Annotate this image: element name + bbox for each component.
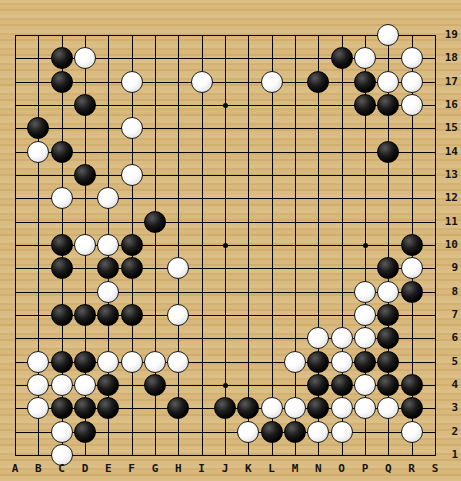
column-label: Q <box>379 462 397 475</box>
black-stone[interactable] <box>401 374 423 396</box>
white-stone[interactable] <box>331 351 353 373</box>
white-stone[interactable] <box>354 281 376 303</box>
black-stone[interactable] <box>144 211 166 233</box>
row-label: 19 <box>438 28 458 41</box>
white-stone[interactable] <box>121 351 143 373</box>
white-stone[interactable] <box>237 421 259 443</box>
white-stone[interactable] <box>51 187 73 209</box>
white-stone[interactable] <box>401 421 423 443</box>
column-label: F <box>123 462 141 475</box>
black-stone[interactable] <box>401 281 423 303</box>
black-stone[interactable] <box>284 421 306 443</box>
black-stone[interactable] <box>354 351 376 373</box>
black-stone[interactable] <box>51 304 73 326</box>
column-label: S <box>426 462 444 475</box>
row-label: 13 <box>438 168 458 181</box>
white-stone[interactable] <box>97 281 119 303</box>
black-stone[interactable] <box>51 257 73 279</box>
row-label: 5 <box>438 355 458 368</box>
black-stone[interactable] <box>51 351 73 373</box>
row-label: 1 <box>438 448 458 461</box>
white-stone[interactable] <box>331 397 353 419</box>
column-label: K <box>239 462 257 475</box>
white-stone[interactable] <box>331 421 353 443</box>
white-stone[interactable] <box>51 421 73 443</box>
column-label: N <box>309 462 327 475</box>
black-stone[interactable] <box>74 164 96 186</box>
row-label: 8 <box>438 285 458 298</box>
column-label: A <box>6 462 24 475</box>
white-stone[interactable] <box>74 234 96 256</box>
white-stone[interactable] <box>97 351 119 373</box>
black-stone[interactable] <box>354 94 376 116</box>
white-stone[interactable] <box>191 71 213 93</box>
white-stone[interactable] <box>354 374 376 396</box>
column-label: P <box>356 462 374 475</box>
black-stone[interactable] <box>261 421 283 443</box>
row-label: 17 <box>438 75 458 88</box>
column-label: O <box>333 462 351 475</box>
white-stone[interactable] <box>401 94 423 116</box>
row-label: 2 <box>438 425 458 438</box>
column-label: G <box>146 462 164 475</box>
black-stone[interactable] <box>401 397 423 419</box>
black-stone[interactable] <box>377 141 399 163</box>
white-stone[interactable] <box>401 71 423 93</box>
black-stone[interactable] <box>401 234 423 256</box>
go-board: ABCDEFGHIJKLMNOPQRS191817161514131211109… <box>0 0 461 481</box>
white-stone[interactable] <box>74 374 96 396</box>
column-label: R <box>403 462 421 475</box>
star-point <box>223 243 228 248</box>
black-stone[interactable] <box>144 374 166 396</box>
column-label: E <box>99 462 117 475</box>
column-label: B <box>29 462 47 475</box>
black-stone[interactable] <box>121 257 143 279</box>
black-stone[interactable] <box>74 421 96 443</box>
row-label: 3 <box>438 401 458 414</box>
row-label: 4 <box>438 378 458 391</box>
column-label: D <box>76 462 94 475</box>
white-stone[interactable] <box>377 281 399 303</box>
star-point <box>223 103 228 108</box>
white-stone[interactable] <box>284 351 306 373</box>
row-label: 12 <box>438 191 458 204</box>
black-stone[interactable] <box>307 71 329 93</box>
black-stone[interactable] <box>331 374 353 396</box>
row-label: 6 <box>438 331 458 344</box>
black-stone[interactable] <box>331 47 353 69</box>
column-label: I <box>193 462 211 475</box>
star-point <box>363 243 368 248</box>
black-stone[interactable] <box>51 71 73 93</box>
black-stone[interactable] <box>121 304 143 326</box>
black-stone[interactable] <box>307 351 329 373</box>
column-label: H <box>169 462 187 475</box>
black-stone[interactable] <box>74 351 96 373</box>
row-label: 7 <box>438 308 458 321</box>
white-stone[interactable] <box>261 71 283 93</box>
white-stone[interactable] <box>307 421 329 443</box>
white-stone[interactable] <box>121 117 143 139</box>
black-stone[interactable] <box>354 71 376 93</box>
black-stone[interactable] <box>51 234 73 256</box>
row-label: 16 <box>438 98 458 111</box>
star-point <box>223 383 228 388</box>
column-label: L <box>263 462 281 475</box>
black-stone[interactable] <box>121 234 143 256</box>
row-label: 9 <box>438 261 458 274</box>
white-stone[interactable] <box>377 71 399 93</box>
black-stone[interactable] <box>51 47 73 69</box>
white-stone[interactable] <box>144 351 166 373</box>
white-stone[interactable] <box>261 397 283 419</box>
black-stone[interactable] <box>51 397 73 419</box>
black-stone[interactable] <box>74 304 96 326</box>
white-stone[interactable] <box>331 327 353 349</box>
white-stone[interactable] <box>354 304 376 326</box>
white-stone[interactable] <box>121 71 143 93</box>
black-stone[interactable] <box>51 141 73 163</box>
column-label: M <box>286 462 304 475</box>
white-stone[interactable] <box>401 257 423 279</box>
row-label: 10 <box>438 238 458 251</box>
row-label: 15 <box>438 121 458 134</box>
white-stone[interactable] <box>51 374 73 396</box>
white-stone[interactable] <box>167 351 189 373</box>
black-stone[interactable] <box>377 351 399 373</box>
white-stone[interactable] <box>401 47 423 69</box>
column-label: J <box>216 462 234 475</box>
white-stone[interactable] <box>27 351 49 373</box>
row-label: 14 <box>438 145 458 158</box>
white-stone[interactable] <box>121 164 143 186</box>
row-label: 18 <box>438 51 458 64</box>
row-label: 11 <box>438 215 458 228</box>
white-stone[interactable] <box>27 141 49 163</box>
column-label: C <box>53 462 71 475</box>
black-stone[interactable] <box>74 94 96 116</box>
